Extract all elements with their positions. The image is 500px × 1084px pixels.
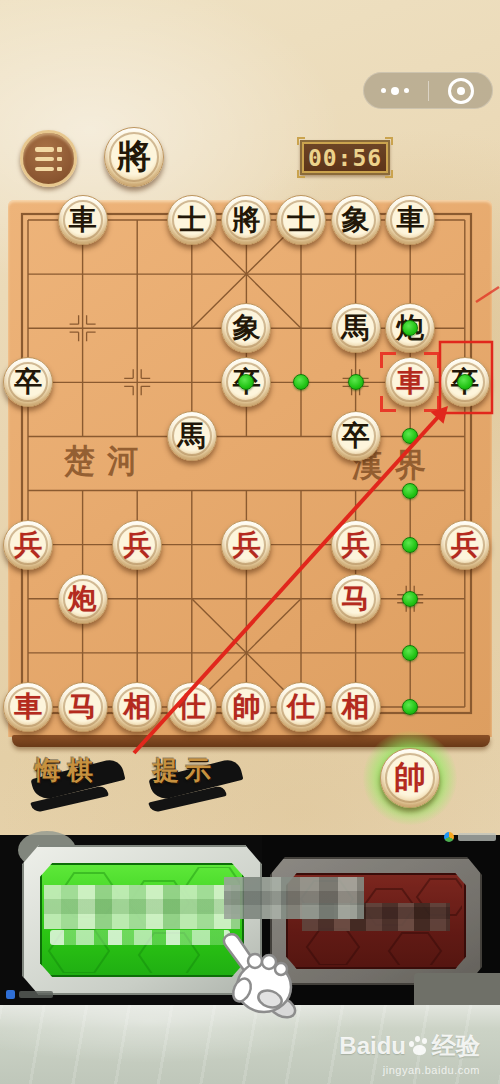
piece-red-車-r3c7[interactable]: 車 [385,357,435,407]
piece-char: 車 [386,358,434,406]
watermark-brand-latin: Baidu [339,1032,406,1060]
blurred-block [414,973,500,1007]
piece-char: 士 [168,196,216,244]
piece-char: 兵 [332,521,380,569]
blurred-band-gray [224,877,364,919]
piece-red-仕-r9c3[interactable]: 仕 [167,682,217,732]
hamburger-list-icon [35,147,62,171]
piece-black-車-r0c1[interactable]: 車 [58,195,108,245]
piece-red-兵-r6c0[interactable]: 兵 [3,520,53,570]
piece-char: 兵 [113,521,161,569]
blurred-caption-green [50,930,230,945]
piece-red-兵-r6c4[interactable]: 兵 [221,520,271,570]
watermark-brand-cn: 经验 [432,1030,480,1062]
baidu-paw-icon [408,1036,430,1056]
piece-char: 馬 [168,412,216,460]
black-general-char: 將 [105,128,163,186]
ad-source-logo [6,990,53,999]
red-general-char: 帥 [381,749,439,807]
piece-char: 相 [113,683,161,731]
piece-char: 車 [4,683,52,731]
piece-char: 马 [59,683,107,731]
piece-black-卒-r4c6[interactable]: 卒 [331,411,381,461]
watermark-url: jingyan.baidu.com [339,1064,480,1076]
undo-label: 悔棋 [35,753,99,788]
piece-black-象-r2c4[interactable]: 象 [221,303,271,353]
piece-char: 兵 [441,521,489,569]
piece-red-炮-r7c1[interactable]: 炮 [58,574,108,624]
hand-cursor-icon [212,933,304,1025]
ad-network-logo [444,832,496,842]
timer-value: 00:56 [308,145,382,171]
miniprogram-capsule [363,72,493,109]
blurred-text-band-green [44,885,240,929]
undo-button[interactable]: 悔棋 [30,750,148,808]
piece-red-马-r7c6[interactable]: 马 [331,574,381,624]
piece-red-兵-r6c2[interactable]: 兵 [112,520,162,570]
river-label-left: 楚河 [64,439,150,483]
piece-black-馬-r4c3[interactable]: 馬 [167,411,217,461]
legal-move-dot-r8c7[interactable] [402,645,418,661]
piece-red-相-r9c6[interactable]: 相 [331,682,381,732]
piece-char: 卒 [4,358,52,406]
piece-red-兵-r6c6[interactable]: 兵 [331,520,381,570]
red-general-turn-button[interactable]: 帥 [363,731,457,825]
piece-red-兵-r6c8[interactable]: 兵 [440,520,490,570]
piece-black-象-r0c6[interactable]: 象 [331,195,381,245]
piece-char: 相 [332,683,380,731]
piece-char: 仕 [277,683,325,731]
more-options-icon[interactable] [363,87,428,95]
piece-char: 馬 [332,304,380,352]
piece-char: 士 [277,196,325,244]
piece-black-將-r0c4[interactable]: 將 [221,195,271,245]
piece-red-马-r9c1[interactable]: 马 [58,682,108,732]
legal-move-dot-r5c7[interactable] [402,483,418,499]
legal-move-dot-r6c7[interactable] [402,537,418,553]
legal-move-dot-r7c7[interactable] [402,591,418,607]
piece-char: 帥 [222,683,270,731]
piece-black-士-r0c5[interactable]: 士 [276,195,326,245]
move-timer: 00:56 [300,140,390,175]
black-general-indicator: 將 [104,127,164,187]
close-capsule-icon[interactable] [429,78,494,104]
piece-red-帥-r9c4[interactable]: 帥 [221,682,271,732]
piece-char: 仕 [168,683,216,731]
piece-char: 卒 [332,412,380,460]
piece-char: 象 [222,304,270,352]
piece-char: 將 [222,196,270,244]
menu-button[interactable] [20,130,77,187]
piece-black-士-r0c3[interactable]: 士 [167,195,217,245]
piece-black-車-r0c7[interactable]: 車 [385,195,435,245]
hint-button[interactable]: 提示 [148,750,266,808]
piece-red-相-r9c2[interactable]: 相 [112,682,162,732]
hint-label: 提示 [153,753,217,788]
piece-char: 炮 [59,575,107,623]
piece-char: 兵 [222,521,270,569]
piece-red-車-r9c0[interactable]: 車 [3,682,53,732]
app-screen: 將 00:56 楚河 漢界 車士將士象車象馬炮卒卒車卒馬卒兵兵兵兵兵炮马車马相仕… [0,0,500,1084]
xiangqi-board[interactable]: 楚河 漢界 車士將士象車象馬炮卒卒車卒馬卒兵兵兵兵兵炮马車马相仕帥仕相 [8,200,492,737]
baidu-jingyan-watermark: Baidu 经验 jingyan.baidu.com [339,1030,480,1076]
legal-move-dot-r3c6[interactable] [348,374,364,390]
piece-char: 马 [332,575,380,623]
piece-black-卒-r3c0[interactable]: 卒 [3,357,53,407]
piece-char: 車 [59,196,107,244]
piece-black-馬-r2c6[interactable]: 馬 [331,303,381,353]
ad-banner[interactable] [0,835,500,1005]
piece-red-仕-r9c5[interactable]: 仕 [276,682,326,732]
piece-char: 車 [386,196,434,244]
piece-char: 兵 [4,521,52,569]
piece-char: 象 [332,196,380,244]
